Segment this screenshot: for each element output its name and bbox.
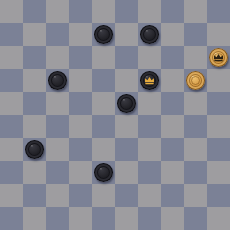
white-king-square-15[interactable] xyxy=(209,48,228,67)
square-light xyxy=(23,69,46,92)
black-man-square-31[interactable] xyxy=(25,140,44,159)
square-light xyxy=(138,92,161,115)
square-light xyxy=(69,115,92,138)
square-27[interactable] xyxy=(46,115,69,138)
square-light xyxy=(184,92,207,115)
draughts-board xyxy=(0,0,230,230)
square-1[interactable] xyxy=(23,0,46,23)
square-light xyxy=(46,0,69,23)
black-man-square-23[interactable] xyxy=(117,94,136,113)
square-light xyxy=(115,23,138,46)
square-32[interactable] xyxy=(69,138,92,161)
black-man-square-8[interactable] xyxy=(94,25,113,44)
square-30[interactable] xyxy=(184,115,207,138)
square-38[interactable] xyxy=(92,161,115,184)
square-43[interactable] xyxy=(115,184,138,207)
square-25[interactable] xyxy=(207,92,230,115)
square-light xyxy=(46,46,69,69)
square-light xyxy=(115,161,138,184)
square-light xyxy=(207,115,230,138)
square-light xyxy=(161,23,184,46)
square-9[interactable] xyxy=(138,23,161,46)
square-light xyxy=(115,69,138,92)
square-17[interactable] xyxy=(46,69,69,92)
square-21[interactable] xyxy=(23,92,46,115)
king-crown-icon xyxy=(144,76,155,85)
square-light xyxy=(138,46,161,69)
square-29[interactable] xyxy=(138,115,161,138)
square-light xyxy=(161,115,184,138)
square-light xyxy=(23,161,46,184)
square-31[interactable] xyxy=(23,138,46,161)
square-28[interactable] xyxy=(92,115,115,138)
square-22[interactable] xyxy=(69,92,92,115)
square-36[interactable] xyxy=(0,161,23,184)
square-light xyxy=(138,0,161,23)
square-23[interactable] xyxy=(115,92,138,115)
square-45[interactable] xyxy=(207,184,230,207)
square-light xyxy=(46,92,69,115)
square-light xyxy=(184,46,207,69)
square-light xyxy=(207,69,230,92)
square-6[interactable] xyxy=(0,23,23,46)
square-8[interactable] xyxy=(92,23,115,46)
square-light xyxy=(23,115,46,138)
square-light xyxy=(184,0,207,23)
white-man-square-20[interactable] xyxy=(186,71,205,90)
square-42[interactable] xyxy=(69,184,92,207)
square-light xyxy=(23,23,46,46)
square-light xyxy=(184,184,207,207)
square-light xyxy=(138,138,161,161)
square-39[interactable] xyxy=(138,161,161,184)
square-44[interactable] xyxy=(161,184,184,207)
square-26[interactable] xyxy=(0,115,23,138)
square-11[interactable] xyxy=(23,46,46,69)
square-light xyxy=(0,138,23,161)
square-light xyxy=(115,207,138,230)
square-light xyxy=(184,138,207,161)
black-man-square-9[interactable] xyxy=(140,25,159,44)
square-light xyxy=(92,46,115,69)
square-15[interactable] xyxy=(207,46,230,69)
square-light xyxy=(69,207,92,230)
square-light xyxy=(0,46,23,69)
square-light xyxy=(92,138,115,161)
square-light xyxy=(69,23,92,46)
square-47[interactable] xyxy=(46,207,69,230)
square-7[interactable] xyxy=(46,23,69,46)
square-50[interactable] xyxy=(184,207,207,230)
square-5[interactable] xyxy=(207,0,230,23)
square-light xyxy=(69,69,92,92)
square-light xyxy=(161,207,184,230)
square-light xyxy=(0,92,23,115)
square-34[interactable] xyxy=(161,138,184,161)
square-light xyxy=(92,92,115,115)
square-light xyxy=(161,69,184,92)
square-light xyxy=(207,161,230,184)
square-3[interactable] xyxy=(115,0,138,23)
square-19[interactable] xyxy=(138,69,161,92)
square-12[interactable] xyxy=(69,46,92,69)
square-light xyxy=(115,115,138,138)
square-light xyxy=(207,23,230,46)
square-24[interactable] xyxy=(161,92,184,115)
square-4[interactable] xyxy=(161,0,184,23)
square-18[interactable] xyxy=(92,69,115,92)
square-light xyxy=(46,138,69,161)
square-light xyxy=(0,184,23,207)
square-46[interactable] xyxy=(0,207,23,230)
black-man-square-38[interactable] xyxy=(94,163,113,182)
square-light xyxy=(138,184,161,207)
square-48[interactable] xyxy=(92,207,115,230)
square-20[interactable] xyxy=(184,69,207,92)
square-16[interactable] xyxy=(0,69,23,92)
square-49[interactable] xyxy=(138,207,161,230)
square-41[interactable] xyxy=(23,184,46,207)
square-light xyxy=(23,207,46,230)
square-13[interactable] xyxy=(115,46,138,69)
square-light xyxy=(207,207,230,230)
square-33[interactable] xyxy=(115,138,138,161)
square-2[interactable] xyxy=(69,0,92,23)
square-light xyxy=(161,161,184,184)
square-37[interactable] xyxy=(46,161,69,184)
square-light xyxy=(92,0,115,23)
square-40[interactable] xyxy=(184,161,207,184)
black-man-square-17[interactable] xyxy=(48,71,67,90)
square-14[interactable] xyxy=(161,46,184,69)
king-crown-icon xyxy=(213,53,224,62)
square-35[interactable] xyxy=(207,138,230,161)
square-light xyxy=(46,184,69,207)
square-light xyxy=(69,161,92,184)
square-10[interactable] xyxy=(184,23,207,46)
square-light xyxy=(92,184,115,207)
square-light xyxy=(0,0,23,23)
black-king-square-19[interactable] xyxy=(140,71,159,90)
